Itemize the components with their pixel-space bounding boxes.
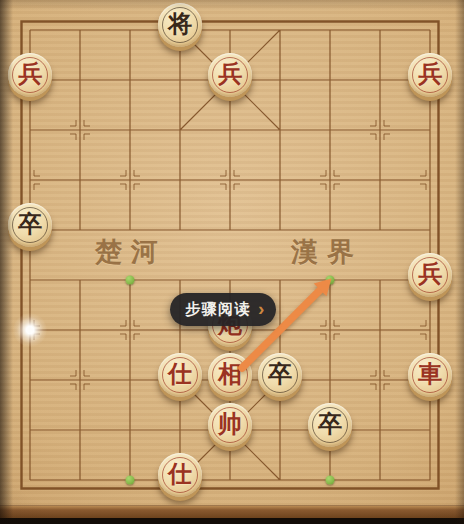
piece-grid: 将兵兵兵卒兵炮仕相卒車帅卒仕: [5, 5, 455, 505]
piece-glyph: 帅: [218, 412, 242, 436]
piece-glyph: 車: [418, 362, 442, 386]
piece-black-卒-f6r8[interactable]: 卒: [308, 403, 352, 447]
piece-glyph: 兵: [418, 62, 442, 86]
chevron-right-icon: ›: [258, 299, 264, 318]
piece-red-兵-f8r1[interactable]: 兵: [408, 53, 452, 97]
piece-glyph: 卒: [268, 362, 292, 386]
step-reading-label: 步骤阅读: [185, 300, 251, 319]
piece-red-車-f8r7[interactable]: 車: [408, 353, 452, 397]
piece-red-仕-f3r9[interactable]: 仕: [158, 453, 202, 497]
piece-red-兵-f4r1[interactable]: 兵: [208, 53, 252, 97]
piece-red-仕-f3r7[interactable]: 仕: [158, 353, 202, 397]
board-side-edge: [0, 505, 464, 519]
piece-red-兵-f0r1[interactable]: 兵: [8, 53, 52, 97]
piece-glyph: 卒: [318, 412, 342, 436]
piece-glyph: 兵: [218, 62, 242, 86]
piece-glyph: 仕: [168, 362, 192, 386]
piece-glyph: 仕: [168, 462, 192, 486]
piece-glyph: 相: [218, 362, 242, 386]
piece-glyph: 兵: [418, 262, 442, 286]
piece-glyph: 将: [168, 12, 192, 36]
piece-black-卒-f0r4[interactable]: 卒: [8, 203, 52, 247]
step-reading-button[interactable]: 步骤阅读 ›: [170, 293, 276, 326]
board-base-shadow: [0, 518, 464, 524]
piece-glyph: 兵: [18, 62, 42, 86]
piece-black-卒-f5r7[interactable]: 卒: [258, 353, 302, 397]
piece-glyph: 卒: [18, 212, 42, 236]
piece-black-将-f3r0[interactable]: 将: [158, 3, 202, 47]
piece-red-兵-f8r5[interactable]: 兵: [408, 253, 452, 297]
piece-red-帅-f4r8[interactable]: 帅: [208, 403, 252, 447]
piece-red-相-f4r7[interactable]: 相: [208, 353, 252, 397]
xiangqi-board[interactable]: 楚河 漢界 将兵兵兵卒兵炮仕相卒車帅卒仕 步骤阅读 ›: [0, 0, 464, 524]
